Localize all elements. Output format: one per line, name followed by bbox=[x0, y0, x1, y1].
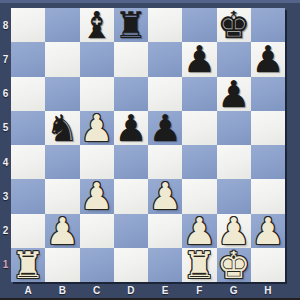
square-a1[interactable]: ♜ bbox=[11, 248, 45, 282]
square-c2[interactable] bbox=[80, 214, 114, 248]
square-c4[interactable] bbox=[80, 145, 114, 179]
square-a7[interactable] bbox=[11, 42, 45, 76]
square-g6[interactable]: ♟ bbox=[217, 77, 251, 111]
square-c7[interactable] bbox=[80, 42, 114, 76]
rank-label-3: 3 bbox=[0, 179, 11, 213]
square-f8[interactable] bbox=[182, 8, 216, 42]
square-h8[interactable] bbox=[251, 8, 285, 42]
square-f4[interactable] bbox=[182, 145, 216, 179]
square-f2[interactable]: ♟ bbox=[182, 214, 216, 248]
square-h4[interactable] bbox=[251, 145, 285, 179]
rank-label-8: 8 bbox=[0, 8, 11, 42]
piece-black-rook-d8[interactable]: ♜ bbox=[114, 9, 147, 43]
square-d1[interactable] bbox=[114, 248, 148, 282]
piece-white-pawn-b2[interactable]: ♟ bbox=[46, 215, 79, 249]
square-h1[interactable] bbox=[251, 248, 285, 282]
square-a5[interactable] bbox=[11, 111, 45, 145]
square-d3[interactable] bbox=[114, 179, 148, 213]
rank-label-4: 4 bbox=[0, 145, 11, 179]
chess-diagram: 87654321 ♝♜♚♟♟♟♞♟♟♟♟♟♟♟♟♟♜♜♚ ABCDEFGH bbox=[0, 0, 300, 300]
piece-black-pawn-g6[interactable]: ♟ bbox=[217, 78, 250, 112]
square-d6[interactable] bbox=[114, 77, 148, 111]
square-f5[interactable] bbox=[182, 111, 216, 145]
square-e1[interactable] bbox=[148, 248, 182, 282]
square-d8[interactable]: ♜ bbox=[114, 8, 148, 42]
square-e8[interactable] bbox=[148, 8, 182, 42]
square-f3[interactable] bbox=[182, 179, 216, 213]
piece-white-king-g1[interactable]: ♚ bbox=[217, 249, 250, 283]
square-c3[interactable]: ♟ bbox=[80, 179, 114, 213]
file-label-d: D bbox=[114, 282, 148, 298]
square-c6[interactable] bbox=[80, 77, 114, 111]
piece-black-pawn-f7[interactable]: ♟ bbox=[183, 43, 216, 77]
square-a3[interactable] bbox=[11, 179, 45, 213]
piece-white-pawn-c5[interactable]: ♟ bbox=[80, 112, 113, 146]
square-g8[interactable]: ♚ bbox=[217, 8, 251, 42]
piece-black-pawn-d5[interactable]: ♟ bbox=[114, 112, 147, 146]
piece-black-bishop-c8[interactable]: ♝ bbox=[80, 9, 113, 43]
file-label-b: B bbox=[45, 282, 79, 298]
square-b1[interactable] bbox=[45, 248, 79, 282]
rank-label-7: 7 bbox=[0, 42, 11, 76]
square-g3[interactable] bbox=[217, 179, 251, 213]
piece-white-pawn-h2[interactable]: ♟ bbox=[251, 215, 284, 249]
square-d4[interactable] bbox=[114, 145, 148, 179]
square-c5[interactable]: ♟ bbox=[80, 111, 114, 145]
piece-black-king-g8[interactable]: ♚ bbox=[217, 9, 250, 43]
piece-white-rook-f1[interactable]: ♜ bbox=[183, 249, 216, 283]
square-b3[interactable] bbox=[45, 179, 79, 213]
square-g2[interactable]: ♟ bbox=[217, 214, 251, 248]
square-g1[interactable]: ♚ bbox=[217, 248, 251, 282]
square-f7[interactable]: ♟ bbox=[182, 42, 216, 76]
square-b4[interactable] bbox=[45, 145, 79, 179]
chess-board[interactable]: ♝♜♚♟♟♟♞♟♟♟♟♟♟♟♟♟♜♜♚ bbox=[11, 8, 285, 282]
square-e3[interactable]: ♟ bbox=[148, 179, 182, 213]
square-a8[interactable] bbox=[11, 8, 45, 42]
square-h3[interactable] bbox=[251, 179, 285, 213]
square-g5[interactable] bbox=[217, 111, 251, 145]
square-g7[interactable] bbox=[217, 42, 251, 76]
square-e7[interactable] bbox=[148, 42, 182, 76]
square-b5[interactable]: ♞ bbox=[45, 111, 79, 145]
square-b2[interactable]: ♟ bbox=[45, 214, 79, 248]
rank-label-1: 1 bbox=[0, 248, 11, 282]
file-label-e: E bbox=[148, 282, 182, 298]
square-a2[interactable] bbox=[11, 214, 45, 248]
piece-white-pawn-e3[interactable]: ♟ bbox=[149, 180, 182, 214]
board-frame-top-edge bbox=[0, 0, 300, 3]
square-e5[interactable]: ♟ bbox=[148, 111, 182, 145]
piece-black-pawn-h7[interactable]: ♟ bbox=[251, 43, 284, 77]
piece-black-pawn-e5[interactable]: ♟ bbox=[149, 112, 182, 146]
square-d7[interactable] bbox=[114, 42, 148, 76]
square-f1[interactable]: ♜ bbox=[182, 248, 216, 282]
rank-labels: 87654321 bbox=[0, 8, 11, 282]
rank-label-2: 2 bbox=[0, 214, 11, 248]
square-b6[interactable] bbox=[45, 77, 79, 111]
square-e4[interactable] bbox=[148, 145, 182, 179]
square-d5[interactable]: ♟ bbox=[114, 111, 148, 145]
square-g4[interactable] bbox=[217, 145, 251, 179]
square-c1[interactable] bbox=[80, 248, 114, 282]
rank-label-5: 5 bbox=[0, 111, 11, 145]
square-h5[interactable] bbox=[251, 111, 285, 145]
rank-label-6: 6 bbox=[0, 77, 11, 111]
square-a4[interactable] bbox=[11, 145, 45, 179]
file-label-c: C bbox=[80, 282, 114, 298]
square-b7[interactable] bbox=[45, 42, 79, 76]
square-e6[interactable] bbox=[148, 77, 182, 111]
square-h2[interactable]: ♟ bbox=[251, 214, 285, 248]
square-c8[interactable]: ♝ bbox=[80, 8, 114, 42]
square-e2[interactable] bbox=[148, 214, 182, 248]
square-h7[interactable]: ♟ bbox=[251, 42, 285, 76]
square-f6[interactable] bbox=[182, 77, 216, 111]
piece-white-pawn-c3[interactable]: ♟ bbox=[80, 180, 113, 214]
file-label-h: H bbox=[251, 282, 285, 298]
piece-black-knight-b5[interactable]: ♞ bbox=[46, 112, 79, 146]
square-a6[interactable] bbox=[11, 77, 45, 111]
square-d2[interactable] bbox=[114, 214, 148, 248]
square-h6[interactable] bbox=[251, 77, 285, 111]
piece-white-rook-a1[interactable]: ♜ bbox=[12, 249, 45, 283]
square-b8[interactable] bbox=[45, 8, 79, 42]
